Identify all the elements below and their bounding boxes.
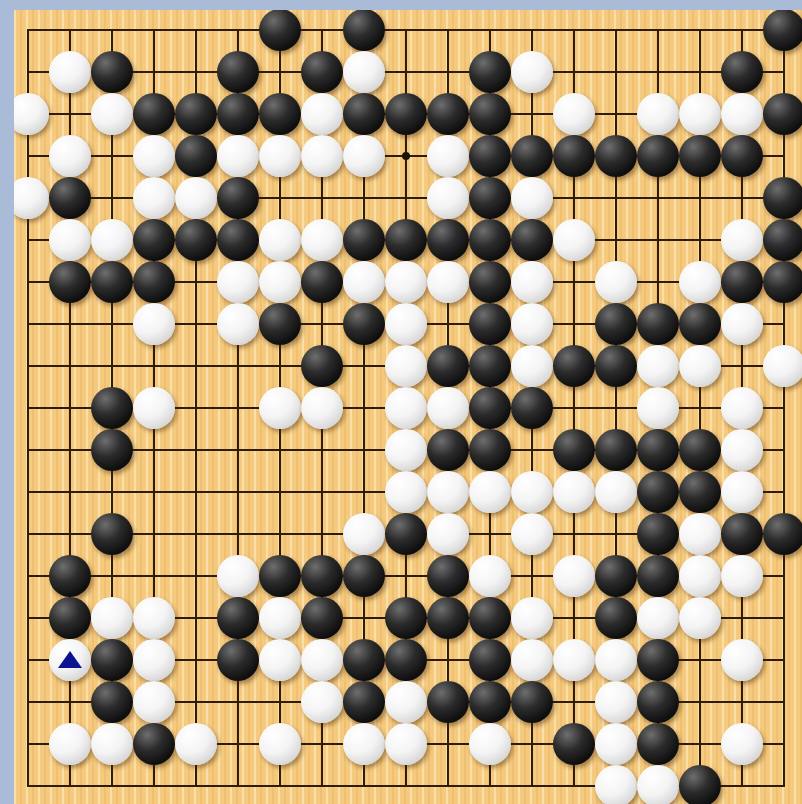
white-stone (385, 429, 427, 471)
black-stone (469, 429, 511, 471)
black-stone (175, 219, 217, 261)
black-stone (721, 261, 763, 303)
black-stone (91, 51, 133, 93)
black-stone (133, 261, 175, 303)
black-stone (427, 93, 469, 135)
black-stone (553, 345, 595, 387)
white-stone (133, 177, 175, 219)
white-stone (217, 261, 259, 303)
black-stone (637, 429, 679, 471)
white-stone (427, 135, 469, 177)
white-stone (343, 723, 385, 765)
black-stone (637, 513, 679, 555)
black-stone (595, 555, 637, 597)
black-stone (217, 177, 259, 219)
white-stone (427, 471, 469, 513)
black-stone (343, 303, 385, 345)
white-stone (259, 723, 301, 765)
white-stone (301, 135, 343, 177)
black-stone (763, 261, 802, 303)
white-stone (637, 765, 679, 804)
black-stone (469, 93, 511, 135)
white-stone (301, 93, 343, 135)
white-stone (91, 93, 133, 135)
white-stone (553, 93, 595, 135)
black-stone (91, 261, 133, 303)
white-stone (511, 51, 553, 93)
black-stone (343, 93, 385, 135)
white-stone (511, 177, 553, 219)
white-stone (721, 471, 763, 513)
black-stone (133, 219, 175, 261)
white-stone (511, 639, 553, 681)
black-stone (469, 219, 511, 261)
black-stone (637, 471, 679, 513)
black-stone (469, 345, 511, 387)
black-stone (511, 219, 553, 261)
black-stone (133, 723, 175, 765)
white-stone (679, 597, 721, 639)
black-stone (469, 261, 511, 303)
black-stone (763, 177, 802, 219)
black-stone (469, 303, 511, 345)
black-stone (511, 135, 553, 177)
white-stone (511, 471, 553, 513)
black-stone (217, 93, 259, 135)
triangle-marker (58, 651, 82, 668)
black-stone (763, 93, 802, 135)
black-stone (301, 597, 343, 639)
white-stone (553, 219, 595, 261)
black-stone (91, 387, 133, 429)
white-stone (637, 597, 679, 639)
white-stone (301, 387, 343, 429)
white-stone (133, 303, 175, 345)
black-stone (259, 10, 301, 51)
white-stone (49, 219, 91, 261)
black-stone (637, 639, 679, 681)
black-stone (679, 471, 721, 513)
black-stone (595, 345, 637, 387)
black-stone (427, 345, 469, 387)
white-stone (721, 387, 763, 429)
white-stone (721, 93, 763, 135)
black-stone (427, 681, 469, 723)
white-stone (721, 555, 763, 597)
black-stone (637, 681, 679, 723)
white-stone (133, 597, 175, 639)
black-stone (175, 93, 217, 135)
white-stone (763, 345, 802, 387)
black-stone (343, 219, 385, 261)
star-point (402, 152, 410, 160)
black-stone (385, 93, 427, 135)
white-stone (385, 471, 427, 513)
white-stone (259, 261, 301, 303)
window-frame (0, 0, 802, 804)
white-stone (721, 303, 763, 345)
white-stone (133, 387, 175, 429)
black-stone (679, 765, 721, 804)
white-stone (721, 723, 763, 765)
black-stone (343, 681, 385, 723)
black-stone (301, 261, 343, 303)
black-stone (469, 177, 511, 219)
black-stone (511, 681, 553, 723)
black-stone (763, 10, 802, 51)
black-stone (217, 639, 259, 681)
white-stone (553, 471, 595, 513)
black-stone (469, 51, 511, 93)
black-stone (49, 177, 91, 219)
white-stone (469, 723, 511, 765)
black-stone (595, 597, 637, 639)
white-stone (385, 303, 427, 345)
white-stone (637, 345, 679, 387)
white-stone (637, 93, 679, 135)
white-stone (595, 765, 637, 804)
white-stone (343, 51, 385, 93)
black-stone (469, 597, 511, 639)
white-stone (595, 639, 637, 681)
black-stone (49, 261, 91, 303)
black-stone (385, 219, 427, 261)
white-stone (427, 177, 469, 219)
white-stone (133, 639, 175, 681)
black-stone (343, 10, 385, 51)
black-stone (343, 639, 385, 681)
white-stone (385, 345, 427, 387)
black-stone (469, 135, 511, 177)
black-stone (427, 429, 469, 471)
white-stone (553, 639, 595, 681)
white-stone (49, 135, 91, 177)
white-stone (637, 387, 679, 429)
white-stone (511, 261, 553, 303)
white-stone (511, 513, 553, 555)
black-stone (637, 723, 679, 765)
white-stone (469, 555, 511, 597)
white-stone (175, 723, 217, 765)
white-stone (721, 219, 763, 261)
white-stone (427, 513, 469, 555)
black-stone (721, 135, 763, 177)
white-stone (217, 303, 259, 345)
white-stone (427, 261, 469, 303)
black-stone (175, 135, 217, 177)
black-stone (343, 555, 385, 597)
black-stone (259, 555, 301, 597)
white-stone (721, 639, 763, 681)
black-stone (469, 639, 511, 681)
black-stone (91, 429, 133, 471)
white-stone (595, 471, 637, 513)
white-stone (91, 219, 133, 261)
black-stone (595, 303, 637, 345)
black-stone (553, 135, 595, 177)
white-stone (679, 261, 721, 303)
white-stone (301, 681, 343, 723)
white-stone (511, 345, 553, 387)
black-stone (385, 513, 427, 555)
white-stone (91, 723, 133, 765)
white-stone (259, 597, 301, 639)
black-stone (553, 723, 595, 765)
black-stone (427, 219, 469, 261)
white-stone (133, 135, 175, 177)
white-stone (91, 597, 133, 639)
white-stone (385, 723, 427, 765)
white-stone (301, 639, 343, 681)
go-board[interactable] (14, 10, 802, 804)
black-stone (595, 429, 637, 471)
black-stone (301, 345, 343, 387)
black-stone (301, 51, 343, 93)
black-stone (91, 513, 133, 555)
black-stone (637, 303, 679, 345)
white-stone (217, 135, 259, 177)
black-stone (763, 219, 802, 261)
white-stone (595, 261, 637, 303)
white-stone (427, 387, 469, 429)
white-stone (469, 471, 511, 513)
white-stone (595, 681, 637, 723)
white-stone (679, 345, 721, 387)
white-stone (259, 219, 301, 261)
white-stone (343, 513, 385, 555)
white-stone (511, 303, 553, 345)
white-stone (385, 681, 427, 723)
white-stone (511, 597, 553, 639)
black-stone (217, 597, 259, 639)
black-stone (259, 93, 301, 135)
white-stone (343, 261, 385, 303)
white-stone (49, 723, 91, 765)
white-stone (679, 513, 721, 555)
white-stone (721, 429, 763, 471)
white-stone (49, 51, 91, 93)
black-stone (427, 555, 469, 597)
black-stone (259, 303, 301, 345)
white-stone (553, 555, 595, 597)
black-stone (217, 51, 259, 93)
white-stone (595, 723, 637, 765)
black-stone (721, 513, 763, 555)
black-stone (721, 51, 763, 93)
black-stone (49, 597, 91, 639)
black-stone (91, 639, 133, 681)
white-stone (259, 135, 301, 177)
white-stone (301, 219, 343, 261)
black-stone (553, 429, 595, 471)
black-stone (763, 513, 802, 555)
black-stone (511, 387, 553, 429)
black-stone (469, 681, 511, 723)
black-stone (679, 303, 721, 345)
black-stone (637, 135, 679, 177)
white-stone (259, 387, 301, 429)
black-stone (91, 681, 133, 723)
black-stone (385, 597, 427, 639)
white-stone (679, 93, 721, 135)
black-stone (679, 429, 721, 471)
black-stone (133, 93, 175, 135)
white-stone (679, 555, 721, 597)
black-stone (427, 597, 469, 639)
black-stone (595, 135, 637, 177)
black-stone (217, 219, 259, 261)
black-stone (637, 555, 679, 597)
black-stone (469, 387, 511, 429)
black-stone (301, 555, 343, 597)
white-stone (343, 135, 385, 177)
white-stone (133, 681, 175, 723)
white-stone (217, 555, 259, 597)
black-stone (49, 555, 91, 597)
white-stone (385, 261, 427, 303)
white-stone (259, 639, 301, 681)
white-stone (175, 177, 217, 219)
black-stone (679, 135, 721, 177)
white-stone (385, 387, 427, 429)
black-stone (385, 639, 427, 681)
